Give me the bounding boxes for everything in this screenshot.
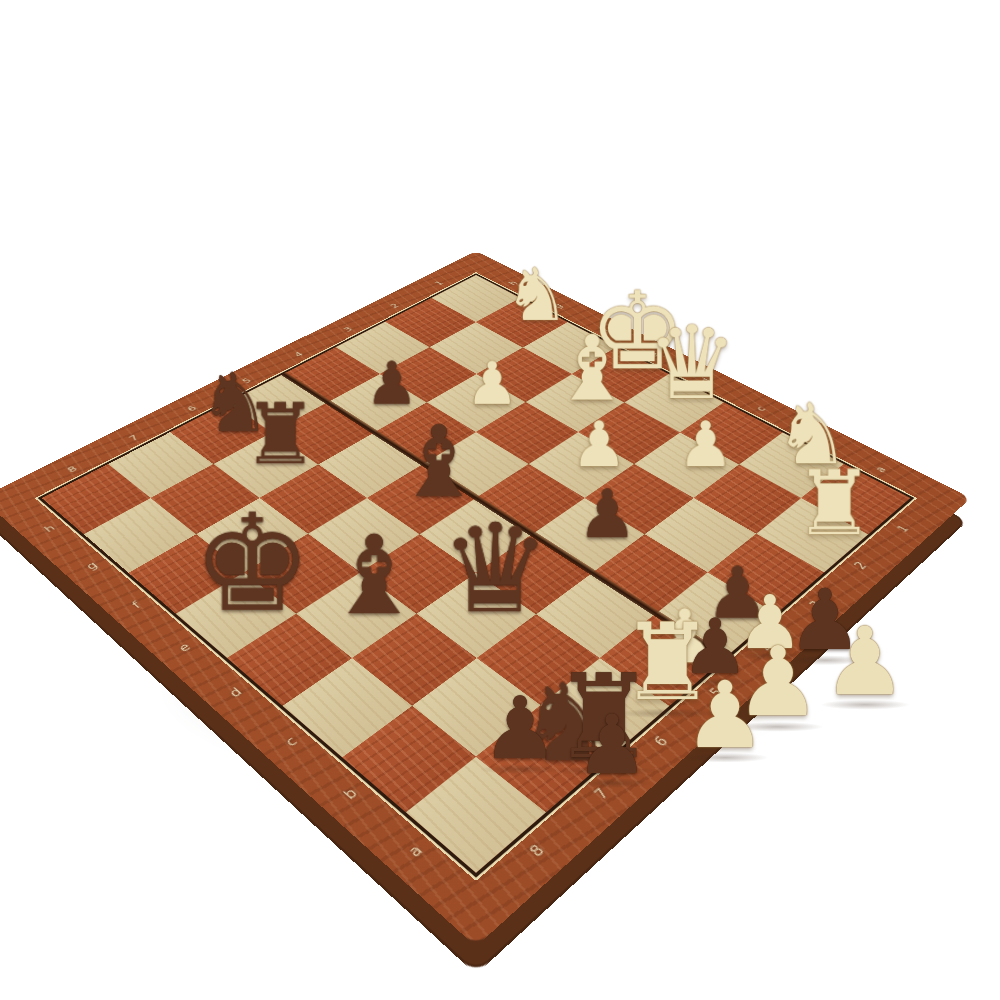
label-file-right-c: c: [753, 405, 767, 413]
offboard-piece-dark-p-1: ♟: [481, 688, 558, 770]
piece-dark-b-d7: ♝: [325, 524, 423, 628]
label-file-left-b: b: [341, 786, 360, 802]
label-rank-top-6: 6: [185, 404, 198, 412]
label-file-left-h: h: [42, 523, 57, 533]
piece-dark-b-e5: ♝: [394, 415, 483, 509]
label-file-left-d: d: [227, 686, 244, 699]
label-rank-top-3: 3: [341, 326, 354, 333]
label-rank-bottom-1: 1: [894, 523, 910, 533]
offboard-piece-light-p-6: ♟: [684, 672, 766, 759]
label-file-left-a: a: [405, 842, 424, 859]
label-rank-top-2: 2: [388, 302, 400, 309]
label-rank-top-8: 8: [65, 465, 79, 474]
product-photo-scene: ♞♜♟♞♟♚♝♝♚♝♟♛♛♟♟♞♞♟♟♜ 88hh77gg66ff55ee44d…: [0, 0, 1000, 1000]
offboard-piece-dark-p-3: ♟: [575, 706, 649, 784]
label-rank-top-4: 4: [292, 351, 305, 358]
label-rank-bottom-2: 2: [852, 560, 869, 571]
piece-dark-k-e8: ♚: [193, 500, 313, 627]
label-rank-top-7: 7: [127, 434, 141, 443]
piece-light-p-d3: ♟: [571, 415, 627, 475]
label-file-left-e: e: [176, 641, 192, 653]
label-file-left-g: g: [84, 560, 99, 571]
piece-dark-p-c4: ♟: [577, 483, 637, 546]
piece-light-r-a2: ♜: [794, 461, 874, 546]
label-rank-top-1: 1: [433, 280, 445, 286]
square-e8: ♚: [176, 573, 296, 658]
label-file-left-f: f: [130, 600, 142, 610]
piece-light-b-e2: ♝: [552, 326, 633, 412]
label-rank-bottom-8: 8: [527, 842, 547, 859]
label-file-left-c: c: [283, 735, 300, 749]
piece-light-p-c2: ♟: [677, 415, 733, 475]
piece-light-q-d1: ♛: [647, 315, 738, 411]
piece-dark-r-g6: ♜: [243, 395, 318, 475]
piece-dark-q-c6: ♛: [440, 511, 550, 628]
offboard-piece-light-p-10: ♟: [823, 617, 907, 706]
